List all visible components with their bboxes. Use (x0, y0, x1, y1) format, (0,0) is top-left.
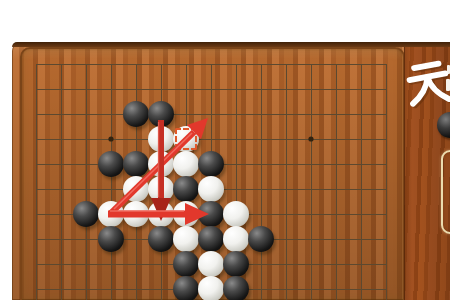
threat-arrows (22, 49, 403, 300)
app-title-calligraphy (404, 55, 450, 109)
gomoku-app-screenshot: { "game": "gomoku", "board": { "size": 1… (0, 0, 450, 300)
black-stone-icon (437, 112, 450, 138)
side-panel (404, 47, 450, 300)
clipped-title-char (446, 79, 450, 91)
panel-button-outline (441, 150, 450, 234)
gomoku-board[interactable] (20, 47, 405, 300)
